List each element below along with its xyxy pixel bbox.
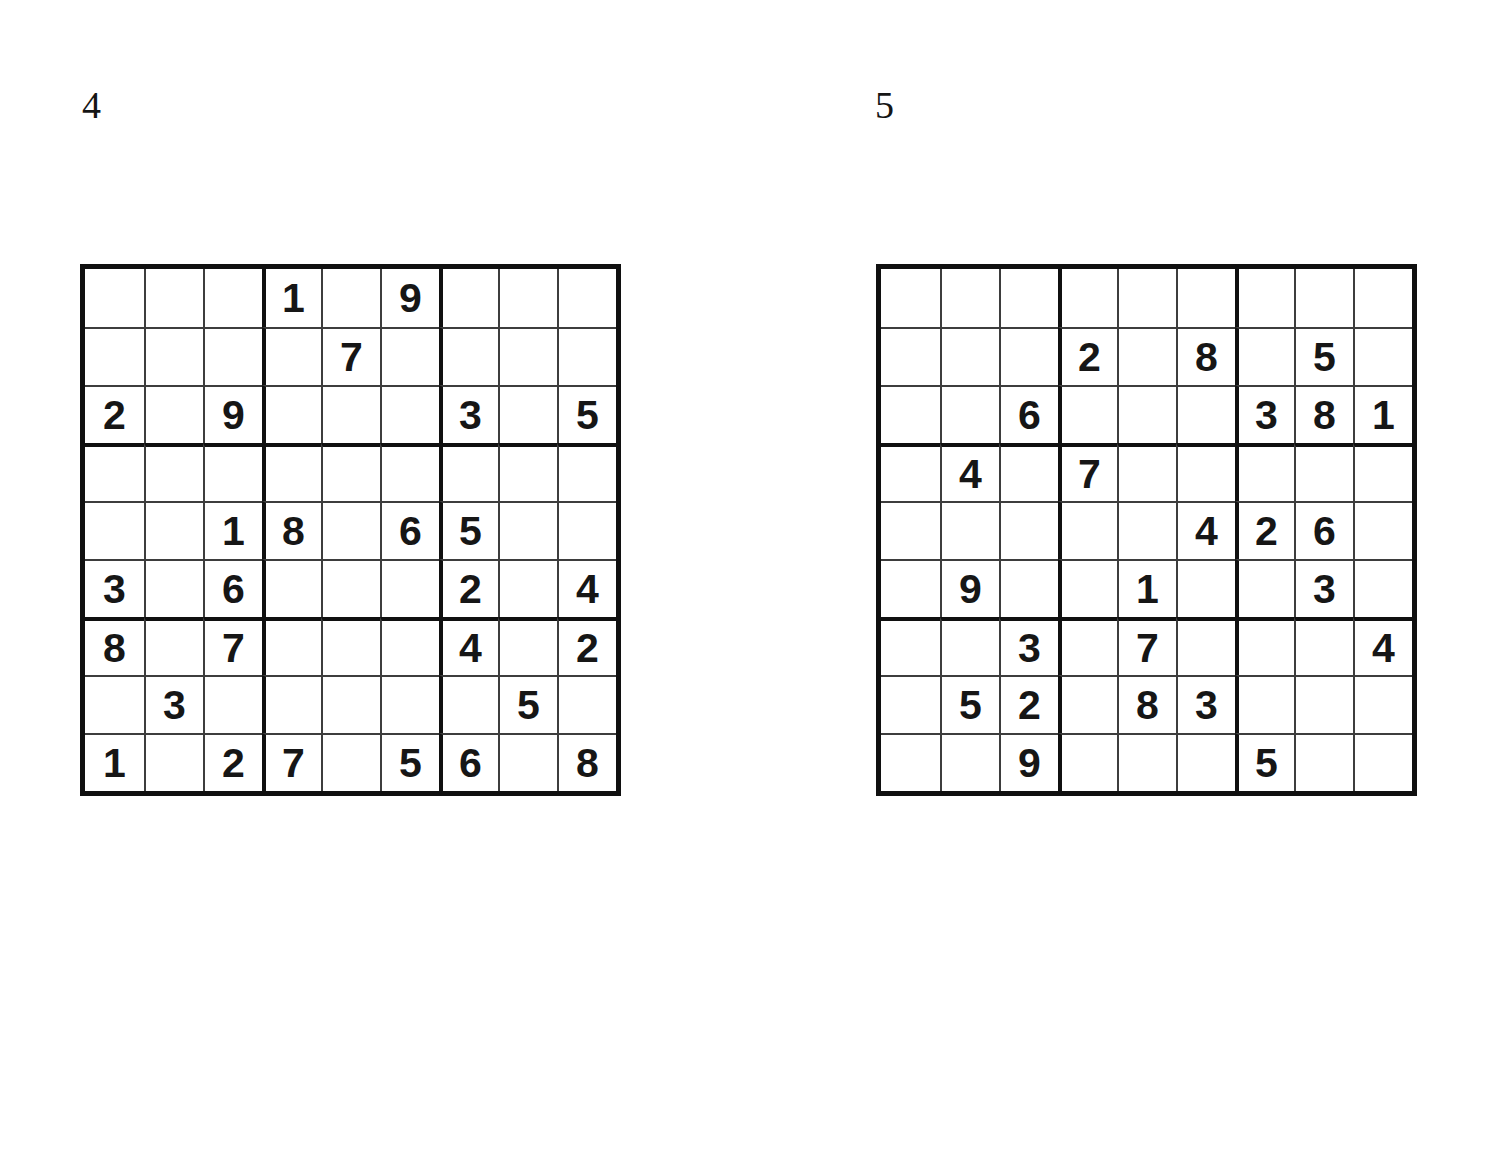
cell-r6c2 bbox=[144, 559, 203, 617]
cell-r5c9 bbox=[1353, 501, 1412, 559]
cell-r8c7 bbox=[439, 675, 498, 733]
cell-r4c5 bbox=[321, 443, 380, 501]
cell-r9c9: 8 bbox=[557, 733, 616, 791]
cell-r4c3 bbox=[999, 443, 1058, 501]
cell-r5c4 bbox=[1058, 501, 1117, 559]
cell-r5c5 bbox=[1117, 501, 1176, 559]
cell-r2c9 bbox=[557, 327, 616, 385]
cell-r7c9: 2 bbox=[557, 617, 616, 675]
cell-r9c4: 7 bbox=[262, 733, 321, 791]
cell-r8c7 bbox=[1235, 675, 1294, 733]
cell-r4c1 bbox=[881, 443, 940, 501]
cell-r5c7: 2 bbox=[1235, 501, 1294, 559]
cell-r2c9 bbox=[1353, 327, 1412, 385]
cell-r1c2 bbox=[940, 269, 999, 327]
cell-r7c2 bbox=[144, 617, 203, 675]
cell-r9c8 bbox=[498, 733, 557, 791]
cell-r2c5 bbox=[1117, 327, 1176, 385]
cell-r6c4 bbox=[1058, 559, 1117, 617]
cell-r5c3: 1 bbox=[203, 501, 262, 559]
cell-r9c5 bbox=[321, 733, 380, 791]
cell-r7c5 bbox=[321, 617, 380, 675]
cell-r1c6: 9 bbox=[380, 269, 439, 327]
cell-r9c1: 1 bbox=[85, 733, 144, 791]
cell-r2c8: 5 bbox=[1294, 327, 1353, 385]
cell-r2c5: 7 bbox=[321, 327, 380, 385]
puzzle-number-label: 5 bbox=[875, 86, 894, 124]
cell-r6c9 bbox=[1353, 559, 1412, 617]
cell-r9c4 bbox=[1058, 733, 1117, 791]
cell-r4c4 bbox=[262, 443, 321, 501]
cell-r6c3: 6 bbox=[203, 559, 262, 617]
cell-r1c9 bbox=[557, 269, 616, 327]
cell-r8c8: 5 bbox=[498, 675, 557, 733]
cell-r4c4: 7 bbox=[1058, 443, 1117, 501]
cell-r4c8 bbox=[498, 443, 557, 501]
cell-r8c5 bbox=[321, 675, 380, 733]
cell-r2c8 bbox=[498, 327, 557, 385]
cell-r1c3 bbox=[999, 269, 1058, 327]
cell-r2c7 bbox=[1235, 327, 1294, 385]
cell-r3c5 bbox=[1117, 385, 1176, 443]
cell-r9c7: 6 bbox=[439, 733, 498, 791]
cell-r2c3 bbox=[203, 327, 262, 385]
cell-r3c4 bbox=[262, 385, 321, 443]
cell-r8c1 bbox=[881, 675, 940, 733]
cell-r3c8 bbox=[498, 385, 557, 443]
cell-r2c6: 8 bbox=[1176, 327, 1235, 385]
cell-r5c6: 4 bbox=[1176, 501, 1235, 559]
cell-r9c9 bbox=[1353, 733, 1412, 791]
cell-r7c4 bbox=[262, 617, 321, 675]
cell-r5c9 bbox=[557, 501, 616, 559]
cell-r8c2: 5 bbox=[940, 675, 999, 733]
cell-r6c8 bbox=[498, 559, 557, 617]
cell-r4c7 bbox=[1235, 443, 1294, 501]
cell-r9c8 bbox=[1294, 733, 1353, 791]
cell-r4c9 bbox=[1353, 443, 1412, 501]
cell-r7c8 bbox=[498, 617, 557, 675]
cell-r5c3 bbox=[999, 501, 1058, 559]
cell-r5c4: 8 bbox=[262, 501, 321, 559]
cell-r9c7: 5 bbox=[1235, 733, 1294, 791]
cell-r1c5 bbox=[321, 269, 380, 327]
cell-r3c4 bbox=[1058, 385, 1117, 443]
cell-r4c6 bbox=[380, 443, 439, 501]
cell-r9c3: 2 bbox=[203, 733, 262, 791]
cell-r6c9: 4 bbox=[557, 559, 616, 617]
cell-r3c3: 9 bbox=[203, 385, 262, 443]
cell-r4c7 bbox=[439, 443, 498, 501]
cell-r8c3: 2 bbox=[999, 675, 1058, 733]
cell-r5c1 bbox=[881, 501, 940, 559]
cell-r5c7: 5 bbox=[439, 501, 498, 559]
cell-r7c6 bbox=[380, 617, 439, 675]
cell-r1c8 bbox=[1294, 269, 1353, 327]
cell-r6c7 bbox=[1235, 559, 1294, 617]
cell-r8c4 bbox=[1058, 675, 1117, 733]
cell-r3c9: 5 bbox=[557, 385, 616, 443]
cell-r3c1: 2 bbox=[85, 385, 144, 443]
cell-r3c8: 8 bbox=[1294, 385, 1353, 443]
cell-r7c7: 4 bbox=[439, 617, 498, 675]
cell-r1c9 bbox=[1353, 269, 1412, 327]
cell-r2c1 bbox=[85, 327, 144, 385]
cell-r1c4 bbox=[1058, 269, 1117, 327]
puzzle-number-label: 4 bbox=[82, 86, 101, 124]
cell-r5c8: 6 bbox=[1294, 501, 1353, 559]
cell-r6c5: 1 bbox=[1117, 559, 1176, 617]
cell-r4c9 bbox=[557, 443, 616, 501]
cell-r1c1 bbox=[85, 269, 144, 327]
cell-r7c3: 3 bbox=[999, 617, 1058, 675]
cell-r4c1 bbox=[85, 443, 144, 501]
cell-r6c1 bbox=[881, 559, 940, 617]
cell-r8c2: 3 bbox=[144, 675, 203, 733]
cell-r6c6 bbox=[1176, 559, 1235, 617]
cell-r7c6 bbox=[1176, 617, 1235, 675]
cell-r9c5 bbox=[1117, 733, 1176, 791]
cell-r7c3: 7 bbox=[203, 617, 262, 675]
cell-r8c6 bbox=[380, 675, 439, 733]
cell-r9c2 bbox=[940, 733, 999, 791]
cell-r6c2: 9 bbox=[940, 559, 999, 617]
cell-r2c3 bbox=[999, 327, 1058, 385]
cell-r1c3 bbox=[203, 269, 262, 327]
cell-r3c5 bbox=[321, 385, 380, 443]
cell-r5c8 bbox=[498, 501, 557, 559]
cell-r6c4 bbox=[262, 559, 321, 617]
cell-r8c1 bbox=[85, 675, 144, 733]
cell-r6c1: 3 bbox=[85, 559, 144, 617]
cell-r2c7 bbox=[439, 327, 498, 385]
cell-r8c4 bbox=[262, 675, 321, 733]
cell-r7c8 bbox=[1294, 617, 1353, 675]
cell-r8c6: 3 bbox=[1176, 675, 1235, 733]
cell-r1c1 bbox=[881, 269, 940, 327]
cell-r9c2 bbox=[144, 733, 203, 791]
cell-r5c6: 6 bbox=[380, 501, 439, 559]
cell-r6c6 bbox=[380, 559, 439, 617]
cell-r7c2 bbox=[940, 617, 999, 675]
cell-r4c8 bbox=[1294, 443, 1353, 501]
cell-r9c3: 9 bbox=[999, 733, 1058, 791]
cell-r8c5: 8 bbox=[1117, 675, 1176, 733]
cell-r8c3 bbox=[203, 675, 262, 733]
cell-r7c4 bbox=[1058, 617, 1117, 675]
cell-r4c5 bbox=[1117, 443, 1176, 501]
cell-r1c7 bbox=[439, 269, 498, 327]
cell-r2c6 bbox=[380, 327, 439, 385]
sudoku-board-puzzle-4: 197293518653624874235127568 bbox=[80, 264, 621, 796]
cell-r3c9: 1 bbox=[1353, 385, 1412, 443]
cell-r5c2 bbox=[144, 501, 203, 559]
cell-r4c2: 4 bbox=[940, 443, 999, 501]
cell-r6c8: 3 bbox=[1294, 559, 1353, 617]
cell-r2c4: 2 bbox=[1058, 327, 1117, 385]
cell-r1c2 bbox=[144, 269, 203, 327]
cell-r7c1 bbox=[881, 617, 940, 675]
cell-r4c6 bbox=[1176, 443, 1235, 501]
cell-r3c2 bbox=[940, 385, 999, 443]
cell-r7c9: 4 bbox=[1353, 617, 1412, 675]
cell-r6c3 bbox=[999, 559, 1058, 617]
cell-r8c9 bbox=[557, 675, 616, 733]
cell-r8c9 bbox=[1353, 675, 1412, 733]
cell-r1c8 bbox=[498, 269, 557, 327]
cell-r7c7 bbox=[1235, 617, 1294, 675]
cell-r3c1 bbox=[881, 385, 940, 443]
cell-r2c2 bbox=[940, 327, 999, 385]
cell-r5c1 bbox=[85, 501, 144, 559]
cell-r2c1 bbox=[881, 327, 940, 385]
cell-r9c1 bbox=[881, 733, 940, 791]
cell-r3c7: 3 bbox=[1235, 385, 1294, 443]
cell-r3c2 bbox=[144, 385, 203, 443]
cell-r6c5 bbox=[321, 559, 380, 617]
cell-r3c6 bbox=[1176, 385, 1235, 443]
cell-r7c1: 8 bbox=[85, 617, 144, 675]
cell-r1c7 bbox=[1235, 269, 1294, 327]
cell-r8c8 bbox=[1294, 675, 1353, 733]
cell-r3c6 bbox=[380, 385, 439, 443]
cell-r1c6 bbox=[1176, 269, 1235, 327]
cell-r9c6 bbox=[1176, 733, 1235, 791]
cell-r1c4: 1 bbox=[262, 269, 321, 327]
cell-r9c6: 5 bbox=[380, 733, 439, 791]
cell-r5c5 bbox=[321, 501, 380, 559]
cell-r3c7: 3 bbox=[439, 385, 498, 443]
cell-r3c3: 6 bbox=[999, 385, 1058, 443]
sudoku-board-puzzle-5: 285638147426913374528395 bbox=[876, 264, 1417, 796]
cell-r5c2 bbox=[940, 501, 999, 559]
cell-r4c3 bbox=[203, 443, 262, 501]
cell-r1c5 bbox=[1117, 269, 1176, 327]
cell-r7c5: 7 bbox=[1117, 617, 1176, 675]
cell-r2c4 bbox=[262, 327, 321, 385]
cell-r2c2 bbox=[144, 327, 203, 385]
cell-r4c2 bbox=[144, 443, 203, 501]
cell-r6c7: 2 bbox=[439, 559, 498, 617]
